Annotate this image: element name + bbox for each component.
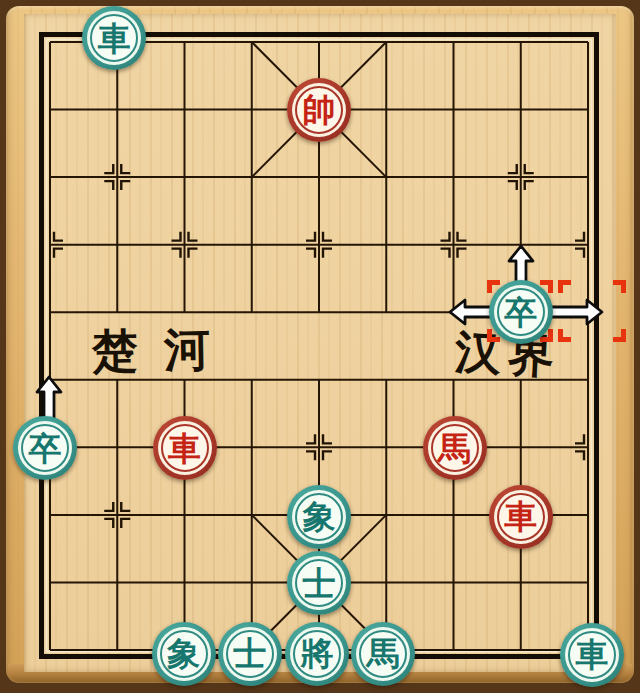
- piece-red-general[interactable]: 帥: [287, 78, 351, 142]
- piece-ring: 車: [87, 11, 141, 65]
- piece-ring: 馬: [356, 627, 410, 681]
- piece-black-chariot[interactable]: 車: [560, 623, 624, 687]
- piece-glyph: 將: [301, 637, 334, 670]
- piece-face: 車: [90, 14, 138, 62]
- piece-glyph: 象: [167, 637, 200, 670]
- piece-ring: 車: [565, 628, 619, 682]
- piece-face: 象: [295, 493, 343, 541]
- piece-face: 馬: [359, 630, 407, 678]
- piece-black-advisor[interactable]: 士: [287, 551, 351, 615]
- piece-glyph: 馬: [438, 432, 471, 465]
- piece-glyph: 卒: [29, 432, 62, 465]
- piece-black-general[interactable]: 將: [285, 622, 349, 686]
- piece-ring: 車: [494, 490, 548, 544]
- piece-face: 象: [160, 630, 208, 678]
- piece-black-advisor[interactable]: 士: [218, 622, 282, 686]
- piece-ring: 馬: [428, 421, 482, 475]
- piece-glyph: 象: [303, 500, 336, 533]
- piece-face: 士: [226, 630, 274, 678]
- piece-face: 卒: [497, 288, 545, 336]
- piece-face: 士: [295, 559, 343, 607]
- piece-face: 帥: [295, 86, 343, 134]
- piece-face: 卒: [21, 424, 69, 472]
- piece-glyph: 卒: [504, 296, 537, 329]
- piece-face: 車: [161, 424, 209, 472]
- piece-face: 車: [497, 493, 545, 541]
- piece-glyph: 帥: [303, 93, 336, 126]
- piece-glyph: 車: [98, 22, 131, 55]
- piece-glyph: 士: [233, 637, 266, 670]
- piece-glyph: 車: [576, 638, 609, 671]
- piece-ring: 車: [158, 421, 212, 475]
- piece-black-soldier-selected[interactable]: 卒: [489, 280, 553, 344]
- piece-ring: 士: [223, 627, 277, 681]
- piece-glyph: 車: [504, 500, 537, 533]
- piece-black-elephant[interactable]: 象: [287, 485, 351, 549]
- piece-glyph: 車: [168, 432, 201, 465]
- piece-face: 車: [568, 631, 616, 679]
- piece-black-soldier[interactable]: 卒: [13, 416, 77, 480]
- piece-ring: 卒: [18, 421, 72, 475]
- piece-ring: 卒: [494, 285, 548, 339]
- piece-ring: 象: [157, 627, 211, 681]
- piece-black-horse[interactable]: 馬: [351, 622, 415, 686]
- pieces-layer: 車帥卒卒車馬象車士象士將馬車: [0, 0, 640, 693]
- piece-ring: 象: [292, 490, 346, 544]
- piece-face: 馬: [431, 424, 479, 472]
- piece-black-chariot[interactable]: 車: [82, 6, 146, 70]
- piece-red-chariot[interactable]: 車: [153, 416, 217, 480]
- piece-glyph: 馬: [367, 637, 400, 670]
- piece-black-elephant[interactable]: 象: [152, 622, 216, 686]
- piece-ring: 將: [290, 627, 344, 681]
- piece-ring: 帥: [292, 83, 346, 137]
- piece-glyph: 士: [303, 567, 336, 600]
- piece-red-chariot[interactable]: 車: [489, 485, 553, 549]
- piece-ring: 士: [292, 556, 346, 610]
- xiangqi-app: 楚河 汉界 車帥卒卒車馬象車士象士將馬車: [0, 0, 640, 693]
- piece-red-horse[interactable]: 馬: [423, 416, 487, 480]
- piece-face: 將: [293, 630, 341, 678]
